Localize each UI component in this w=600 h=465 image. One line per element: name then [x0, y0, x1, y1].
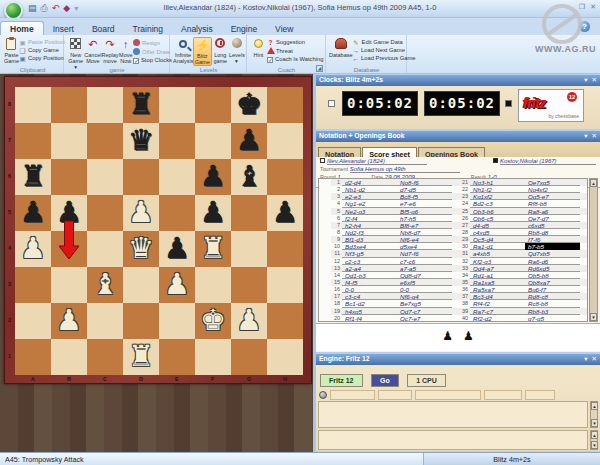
- column-gap: [452, 222, 459, 229]
- move-number: 6: [331, 215, 342, 222]
- move-cell[interactable]: Rb8-d8: [525, 229, 580, 236]
- black-pawn-b5[interactable]: ♟: [51, 195, 87, 231]
- engine-scrollbar[interactable]: ▲ ▼: [590, 401, 598, 428]
- square-c1[interactable]: [87, 339, 123, 375]
- rank-label-4: 4: [8, 245, 11, 251]
- move-cell[interactable]: Rd1-a1: [470, 272, 525, 279]
- move-number: 31: [459, 250, 470, 257]
- white-pawn-b2[interactable]: ♟: [51, 303, 87, 339]
- captured-pawn-icon: ♟: [442, 329, 453, 343]
- column-gap: [452, 258, 459, 265]
- move-cell[interactable]: Nb8-d7: [397, 229, 452, 236]
- square-h7[interactable]: [267, 123, 303, 159]
- move-number: 38: [459, 300, 470, 307]
- move-cell[interactable]: Qd7-c7: [397, 308, 452, 315]
- lightning-icon: ⚡: [194, 39, 211, 52]
- group-label-coach: Coach: [248, 67, 325, 73]
- group-label-levels: Levels: [171, 67, 246, 73]
- square-a5[interactable]: ♟: [15, 195, 51, 231]
- move-cell[interactable]: c4xd5: [470, 229, 525, 236]
- move-number: 30: [459, 243, 470, 250]
- rank-label-3: 3: [8, 281, 11, 287]
- square-d5[interactable]: ♟: [123, 195, 159, 231]
- material-balance: ♟♟: [316, 323, 600, 351]
- square-d8[interactable]: ♜: [123, 87, 159, 123]
- square-b6[interactable]: [51, 159, 87, 195]
- move-number: 3: [331, 193, 342, 200]
- agru-logo: WWW.AG.RU: [514, 18, 600, 60]
- black-player[interactable]: Kostov,Nikolai (1967): [493, 158, 596, 165]
- threat-button[interactable]: Threat: [267, 47, 323, 55]
- square-c4[interactable]: [87, 231, 123, 267]
- score-sheet-row: 17c3-c4Nf6-g437Bc3-d4Rd8-c8: [331, 293, 587, 300]
- move-cell[interactable]: d7-d5: [397, 186, 452, 193]
- move-cell[interactable]: c2-c3: [342, 258, 397, 265]
- square-e5[interactable]: [159, 195, 195, 231]
- stop-clocks-checkbox[interactable]: ✓ Stop Clocks: [133, 57, 167, 64]
- white-pawn-g2[interactable]: ♟: [231, 303, 267, 339]
- move-number: 24: [459, 200, 470, 207]
- move-cell[interactable]: Qc7-e7: [397, 315, 452, 322]
- move-number: 12: [331, 258, 342, 265]
- square-h8[interactable]: [267, 87, 303, 123]
- move-number: 18: [331, 300, 342, 307]
- move-cell[interactable]: 0-0: [397, 286, 452, 293]
- white-player[interactable]: Iliev,Alexandar (1824): [320, 158, 427, 165]
- column-gap: [452, 179, 459, 186]
- window-title: Iliev,Alexandar (1824) - Kostov,Nikolai …: [0, 3, 600, 12]
- square-f5[interactable]: ♟: [195, 195, 231, 231]
- square-c5[interactable]: [87, 195, 123, 231]
- square-b1[interactable]: [51, 339, 87, 375]
- square-f4[interactable]: ♜: [195, 231, 231, 267]
- file-label-h: H: [283, 376, 287, 382]
- right-arrow-icon: →: [353, 47, 360, 54]
- square-f1[interactable]: [195, 339, 231, 375]
- group-label-game: game: [65, 67, 169, 73]
- square-h3[interactable]: [267, 267, 303, 303]
- square-d3[interactable]: [123, 267, 159, 303]
- square-e8[interactable]: [159, 87, 195, 123]
- move-cell[interactable]: Qb8xa7: [525, 279, 580, 286]
- square-c8[interactable]: [87, 87, 123, 123]
- engine-field: [378, 390, 412, 400]
- move-cell[interactable]: e2-e3: [342, 193, 397, 200]
- score-sheet-row: 18Bc1-d2Be7xg538Rf4-f2Rc8-b8: [331, 300, 587, 307]
- edit-game-data-button[interactable]: ✎ Edit Game Data: [353, 39, 405, 46]
- right-panel: Clocks: Blitz 4m+2s ▾ ✕ 0:05:02 0:05:02 …: [316, 74, 600, 452]
- window-titlebar: ▤ ⎙ ↶ ◆ ▾ Iliev,Alexandar (1824) - Kosto…: [0, 0, 600, 18]
- move-cell[interactable]: Nf6-g4: [397, 293, 452, 300]
- move-cell[interactable]: Nh1-f2: [470, 186, 525, 193]
- suggestion-icon: ?: [267, 39, 274, 46]
- copy-position-button[interactable]: ▣ Copy Position: [19, 55, 65, 62]
- square-h6[interactable]: [267, 159, 303, 195]
- move-cell[interactable]: Ra7-c7: [470, 308, 525, 315]
- load-next-game-button[interactable]: → Load Next Game: [353, 47, 405, 54]
- move-cell[interactable]: Ra6-d6: [525, 258, 580, 265]
- new-game-button[interactable]: New Game ▾: [67, 37, 84, 70]
- move-number: 40: [459, 315, 470, 322]
- square-e2[interactable]: [159, 303, 195, 339]
- square-b8[interactable]: [51, 87, 87, 123]
- move-cell[interactable]: Ra8-a6: [525, 208, 580, 215]
- column-gap: [452, 250, 459, 257]
- ribbon-tab-row: HomeInsertBoardTrainingAnalysisEngineVie…: [0, 18, 600, 35]
- move-cell[interactable]: Qb6-c5: [470, 215, 525, 222]
- square-c2[interactable]: [87, 303, 123, 339]
- square-g3[interactable]: [231, 267, 267, 303]
- engine-cpu-button[interactable]: 1 CPU: [407, 374, 446, 387]
- engine-go-button[interactable]: Go: [371, 374, 399, 387]
- black-pawn-e4[interactable]: ♟: [159, 231, 195, 267]
- square-g4[interactable]: [231, 231, 267, 267]
- square-b7[interactable]: [51, 123, 87, 159]
- white-rook-d1[interactable]: ♜: [123, 339, 159, 375]
- engine-titlebar[interactable]: Engine: Fritz 12 ▾ ✕: [316, 354, 600, 365]
- replay-move-button[interactable]: ↷ Replay move: [101, 37, 118, 64]
- move-cell[interactable]: Rf1-f4: [342, 315, 397, 322]
- notation-panel: Notation + Openings Book ▾ ✕ NotationSco…: [316, 131, 600, 352]
- white-rook-f4[interactable]: ♜: [195, 231, 231, 267]
- collapse-icon[interactable]: ▾: [584, 76, 587, 84]
- hint-button[interactable]: Hint: [250, 37, 267, 58]
- score-sheet-row: 15f4-f5e6xf535Ra1xa5Qb8xa7: [331, 279, 587, 286]
- move-cell[interactable]: g7-g5: [525, 315, 580, 322]
- scroll-down-button[interactable]: ▼: [591, 441, 598, 449]
- move-cell[interactable]: Bc3-d4: [470, 293, 525, 300]
- black-queen-d7[interactable]: ♛: [123, 123, 159, 159]
- move-cell[interactable]: Nf6-e4: [397, 236, 452, 243]
- move-number: 35: [459, 279, 470, 286]
- magnifier-icon: [179, 40, 187, 48]
- captured-pawn-icon: ♟: [463, 329, 474, 343]
- close-icon[interactable]: ✕: [592, 355, 597, 363]
- move-cell[interactable]: e6xf5: [397, 279, 452, 286]
- move-cell[interactable]: Nf3-g5: [342, 250, 397, 257]
- rank-label-1: 1: [8, 353, 11, 359]
- offer-draw-icon: [133, 48, 140, 55]
- move-cell[interactable]: Qd8-d7: [397, 272, 452, 279]
- black-clock: 0:05:02: [424, 91, 500, 116]
- close-icon[interactable]: ✕: [592, 132, 597, 140]
- long-game-button[interactable]: Long game: [212, 37, 229, 64]
- move-cell[interactable]: Nd2-f3: [342, 229, 397, 236]
- column-gap: [452, 279, 459, 286]
- bulb-icon: [254, 39, 263, 48]
- window-buttons: ❐ ✕: [579, 2, 596, 11]
- move-cell[interactable]: Rf8-b8: [525, 200, 580, 207]
- square-g5[interactable]: [231, 195, 267, 231]
- threat-icon: [267, 47, 275, 54]
- scroll-up-button[interactable]: ▲: [591, 402, 598, 410]
- black-bishop-g6[interactable]: ♝: [231, 159, 267, 195]
- square-f2[interactable]: ♚: [195, 303, 231, 339]
- square-c6[interactable]: [87, 159, 123, 195]
- score-sheet-row: 8Nd2-f3Nb8-d728c4xd5Rb8-d8: [331, 229, 587, 236]
- column-gap: [452, 308, 459, 315]
- collapse-icon[interactable]: ▾: [584, 132, 587, 140]
- move-cell[interactable]: Be7xg5: [397, 300, 452, 307]
- black-rook-d8[interactable]: ♜: [123, 87, 159, 123]
- move-cell[interactable]: d2-d4: [342, 179, 397, 186]
- square-e3[interactable]: ♟: [159, 267, 195, 303]
- move-cell[interactable]: h2-h4: [342, 222, 397, 229]
- white-king-f2[interactable]: ♚: [195, 303, 231, 339]
- move-cell[interactable]: Bf8-e7: [397, 222, 452, 229]
- square-a8[interactable]: [15, 87, 51, 123]
- close-icon[interactable]: ✕: [592, 76, 597, 84]
- move-number: 1: [331, 179, 342, 186]
- square-e4[interactable]: ♟: [159, 231, 195, 267]
- black-pawn-f5[interactable]: ♟: [195, 195, 231, 231]
- move-cell[interactable]: Ne2-g3: [342, 208, 397, 215]
- scroll-down-button[interactable]: ▼: [590, 313, 597, 321]
- clocks-titlebar[interactable]: Clocks: Blitz 4m+2s ▾ ✕: [316, 75, 600, 86]
- suggestion-button[interactable]: ? Suggestion: [267, 39, 323, 46]
- move-cell[interactable]: Bd3xe4: [342, 243, 397, 250]
- move-cell[interactable]: Kf2-g3: [470, 258, 525, 265]
- move-number: 37: [459, 293, 470, 300]
- square-b5[interactable]: ♟: [51, 195, 87, 231]
- move-cell[interactable]: f2-f4: [342, 215, 397, 222]
- column-gap: [452, 236, 459, 243]
- move-cell[interactable]: Rf4-f2: [470, 300, 525, 307]
- square-g2[interactable]: ♟: [231, 303, 267, 339]
- group-clipboard: Paste Game ▣ Paste Position ❑ Copy Game …: [2, 35, 64, 73]
- move-cell[interactable]: Ng1-e2: [342, 200, 397, 207]
- move-cell[interactable]: Qb3-b6: [470, 208, 525, 215]
- move-cell[interactable]: Qd7xb5: [525, 250, 580, 257]
- column-gap: [452, 286, 459, 293]
- file-label-b: B: [67, 376, 71, 382]
- square-b4[interactable]: [51, 231, 87, 267]
- move-cell[interactable]: Bc1-d2: [342, 300, 397, 307]
- move-cell[interactable]: Ra1xa5: [470, 279, 525, 286]
- scroll-up-button[interactable]: ▲: [591, 431, 598, 439]
- tournament-field[interactable]: Sofia Hemus op 49th: [350, 166, 460, 173]
- ribbon: Paste Game ▣ Paste Position ❑ Copy Game …: [0, 35, 600, 74]
- offer-draw-button[interactable]: Offer Draw: [133, 48, 167, 56]
- group-levels: Infinite Analysis ⚡ Blitz Game Long game…: [171, 35, 247, 73]
- square-d6[interactable]: [123, 159, 159, 195]
- move-cell[interactable]: Rf2-d2: [470, 315, 525, 322]
- close-button[interactable]: ✕: [590, 2, 596, 11]
- move-cell[interactable]: Bf5-g6: [397, 208, 452, 215]
- move-number: 16: [331, 286, 342, 293]
- group-label-database: Database: [327, 67, 406, 73]
- square-g6[interactable]: ♝: [231, 159, 267, 195]
- move-cell[interactable]: Ng8-f6: [397, 179, 452, 186]
- move-cell[interactable]: Qe7xg5: [525, 179, 580, 186]
- move-number: 20: [331, 315, 342, 322]
- move-number: 5: [331, 208, 342, 215]
- black-pawn-f6[interactable]: ♟: [195, 159, 231, 195]
- move-cell[interactable]: c6xd5: [525, 222, 580, 229]
- square-h1[interactable]: [267, 339, 303, 375]
- move-cell[interactable]: a7-a5: [397, 265, 452, 272]
- group-game: New Game ▾ ↶ Cancel Move ↷ Replay move ↑…: [65, 35, 170, 73]
- copy-game-button[interactable]: ❑ Copy Game: [19, 47, 65, 54]
- move-cell[interactable]: Bg6-f7: [525, 286, 580, 293]
- scroll-down-button[interactable]: ▼: [591, 419, 598, 427]
- square-f8[interactable]: [195, 87, 231, 123]
- load-previous-game-button[interactable]: ← Load Previous Game: [353, 55, 405, 62]
- collapse-icon[interactable]: ▾: [584, 355, 587, 363]
- engine-panel: Engine: Fritz 12 ▾ ✕ Fritz 12 Go 1 CPU: [316, 354, 600, 451]
- fritz-window: ▤ ⎙ ↶ ◆ ▾ Iliev,Alexandar (1824) - Kosto…: [0, 0, 600, 465]
- coach-dialog-launcher[interactable]: ◢: [316, 65, 323, 72]
- move-cell[interactable]: a2-a4: [342, 265, 397, 272]
- square-h4[interactable]: [267, 231, 303, 267]
- square-a2[interactable]: [15, 303, 51, 339]
- infinite-analysis-button[interactable]: Infinite Analysis: [173, 37, 193, 64]
- restore-button[interactable]: ❐: [579, 2, 585, 11]
- move-cell[interactable]: h7-h5: [397, 215, 452, 222]
- cancel-move-button[interactable]: ↶ Cancel Move: [84, 37, 101, 64]
- square-d7[interactable]: ♛: [123, 123, 159, 159]
- move-cell[interactable]: Qg5-e7: [525, 193, 580, 200]
- move-cell[interactable]: c3-c4: [342, 293, 397, 300]
- black-king-g8[interactable]: ♚: [231, 87, 267, 123]
- ribbon-tabs: HomeInsertBoardTrainingAnalysisEngineVie…: [0, 18, 302, 35]
- group-coach: Hint ? Suggestion Threat ✓ Coach Is Watc…: [248, 35, 326, 73]
- move-cell[interactable]: f7-f6: [525, 236, 580, 243]
- square-a4[interactable]: ♟: [15, 231, 51, 267]
- black-pawn-g7[interactable]: ♟: [231, 123, 267, 159]
- white-queen-d4[interactable]: ♛: [123, 231, 159, 267]
- move-cell[interactable]: Rb8-b3: [525, 308, 580, 315]
- engine-output-main: [318, 401, 588, 428]
- score-sheet-row: 13a2-a4a7-a533Qd4-a7Rd6xd5: [331, 265, 587, 272]
- move-cell[interactable]: Bf1-d3: [342, 236, 397, 243]
- white-pawn-d5[interactable]: ♟: [123, 195, 159, 231]
- coach-watching-checkbox[interactable]: ✓ Coach Is Watching: [267, 56, 323, 63]
- white-pawn-e3[interactable]: ♟: [159, 267, 195, 303]
- square-a7[interactable]: [15, 123, 51, 159]
- black-rook-a6[interactable]: ♜: [15, 159, 51, 195]
- file-label-f: F: [211, 376, 214, 382]
- move-cell[interactable]: Qc5-d4: [470, 236, 525, 243]
- move-cell[interactable]: Kg1xf2: [470, 193, 525, 200]
- square-c3[interactable]: ♝: [87, 267, 123, 303]
- column-gap: [452, 229, 459, 236]
- move-cell[interactable]: d4-d5: [470, 222, 525, 229]
- square-f3[interactable]: [195, 267, 231, 303]
- square-d1[interactable]: ♜: [123, 339, 159, 375]
- board-panel: ♜♚♛♟♜♟♝♟♟♟♟♟♟♛♟♜♝♟♟♚♟♜ 87654321ABCDEFGH: [0, 74, 313, 452]
- move-cell[interactable]: Qb5-b8: [525, 272, 580, 279]
- column-gap: [452, 243, 459, 250]
- black-pawn-a5[interactable]: ♟: [15, 195, 51, 231]
- move-cell[interactable]: Qe7-d7: [525, 215, 580, 222]
- move-cell[interactable]: Nd7-f6: [397, 250, 452, 257]
- square-h5[interactable]: ♟: [267, 195, 303, 231]
- notation-scrollbar[interactable]: ▲ ▼: [589, 178, 598, 322]
- notation-titlebar[interactable]: Notation + Openings Book ▾ ✕: [316, 131, 600, 142]
- black-pawn-h5[interactable]: ♟: [267, 195, 303, 231]
- rank-label-2: 2: [8, 317, 11, 323]
- engine-field: [415, 390, 481, 400]
- move-cell[interactable]: Ng3-h1: [470, 179, 525, 186]
- move-cell[interactable]: Bc8-f5: [397, 193, 452, 200]
- white-bishop-c3[interactable]: ♝: [87, 267, 123, 303]
- move-cell[interactable]: b7-b5: [525, 243, 580, 250]
- move-cell[interactable]: f4-f5: [342, 279, 397, 286]
- status-level: Blitz 4m+2s: [424, 453, 600, 465]
- square-b2[interactable]: ♟: [51, 303, 87, 339]
- white-clock: 0:05:02: [342, 91, 418, 116]
- square-b3[interactable]: [51, 267, 87, 303]
- square-a1[interactable]: [15, 339, 51, 375]
- move-cell[interactable]: d5xe4: [397, 243, 452, 250]
- levels-button[interactable]: Levels ▾: [229, 37, 244, 64]
- engine-scrollbar[interactable]: ▲ ▼: [590, 430, 598, 450]
- blitz-game-button[interactable]: ⚡ Blitz Game: [193, 37, 212, 66]
- status-opening: A45: Trompowsky Attack: [0, 453, 424, 465]
- move-number: 4: [331, 200, 342, 207]
- notation-tabs: NotationScore sheetOpenings Book: [316, 142, 600, 157]
- chess-board: ♜♚♛♟♜♟♝♟♟♟♟♟♟♛♟♜♝♟♟♚♟♜ 87654321ABCDEFGH: [4, 76, 312, 384]
- paste-position-button[interactable]: ▣ Paste Position: [19, 39, 65, 46]
- column-gap: [452, 208, 459, 215]
- move-cell[interactable]: Bd2-c3: [470, 200, 525, 207]
- square-e6[interactable]: [159, 159, 195, 195]
- move-cell[interactable]: a4xb5: [470, 250, 525, 257]
- square-d2[interactable]: [123, 303, 159, 339]
- move-cell[interactable]: Rd8-c8: [525, 293, 580, 300]
- move-cell[interactable]: Nb1-d2: [342, 186, 397, 193]
- replay-move-icon: ↷: [101, 38, 118, 51]
- move-cell[interactable]: Rd6xd5: [525, 265, 580, 272]
- clock-icon: [215, 38, 225, 48]
- square-a6[interactable]: ♜: [15, 159, 51, 195]
- score-sheet-row: 6f2-f4h7-h526Qb6-c5Qe7-d7: [331, 215, 587, 222]
- square-f6[interactable]: ♟: [195, 159, 231, 195]
- square-g8[interactable]: ♚: [231, 87, 267, 123]
- move-cell[interactable]: Rc8-b8: [525, 300, 580, 307]
- paste-icon: [6, 38, 16, 50]
- move-cell[interactable]: Qd1-b3: [342, 272, 397, 279]
- file-label-g: G: [247, 376, 251, 382]
- square-a3[interactable]: [15, 267, 51, 303]
- square-h2[interactable]: [267, 303, 303, 339]
- square-g1[interactable]: [231, 339, 267, 375]
- square-e1[interactable]: [159, 339, 195, 375]
- square-d4[interactable]: ♛: [123, 231, 159, 267]
- square-f7[interactable]: [195, 123, 231, 159]
- move-cell[interactable]: Ng4xf2: [525, 186, 580, 193]
- scroll-up-button[interactable]: ▲: [590, 179, 597, 187]
- square-c7[interactable]: [87, 123, 123, 159]
- move-cell[interactable]: 0-0: [342, 286, 397, 293]
- move-cell[interactable]: Ra1-d1: [470, 243, 525, 250]
- move-now-button[interactable]: ↑ Move Now: [119, 37, 133, 64]
- score-sheet-row: 5Ne2-g3Bf5-g625Qb3-b6Ra8-a6: [331, 208, 587, 215]
- move-cell[interactable]: c7-c6: [397, 258, 452, 265]
- move-cell[interactable]: Ra5xa7: [470, 286, 525, 293]
- square-g7[interactable]: ♟: [231, 123, 267, 159]
- paste-game-button[interactable]: Paste Game: [4, 37, 19, 64]
- white-pawn-a4[interactable]: ♟: [15, 231, 51, 267]
- move-cell[interactable]: h4xg5: [342, 308, 397, 315]
- resign-button[interactable]: Resign: [133, 39, 167, 47]
- move-cell[interactable]: e7-e6: [397, 200, 452, 207]
- square-e7[interactable]: [159, 123, 195, 159]
- move-cell[interactable]: Qd4-a7: [470, 265, 525, 272]
- engine-name-button[interactable]: Fritz 12: [320, 374, 363, 387]
- database-button[interactable]: Database: [329, 37, 353, 58]
